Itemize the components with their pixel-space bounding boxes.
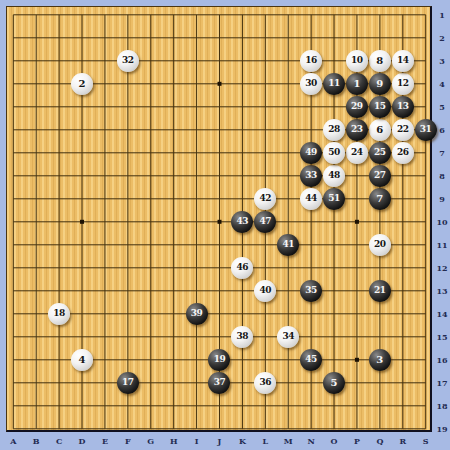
row-label-9: 9 <box>434 194 450 204</box>
stone-white-20: 20 <box>369 234 391 256</box>
stone-white-48: 48 <box>323 165 345 187</box>
stones-layer: 1234567891011121314151617181920212223242… <box>2 3 437 440</box>
stone-black-9: 9 <box>369 73 391 95</box>
column-label-O: O <box>331 436 338 446</box>
row-label-10: 10 <box>434 217 450 227</box>
column-label-C: C <box>56 436 62 446</box>
column-label-J: J <box>218 436 222 446</box>
stone-black-23: 23 <box>346 119 368 141</box>
stone-white-30: 30 <box>300 73 322 95</box>
stone-white-24: 24 <box>346 142 368 164</box>
column-label-F: F <box>125 436 131 446</box>
stone-black-49: 49 <box>300 142 322 164</box>
stone-white-18: 18 <box>48 303 70 325</box>
stone-white-22: 22 <box>392 119 414 141</box>
stone-black-45: 45 <box>300 349 322 371</box>
stone-white-46: 46 <box>231 257 253 279</box>
stone-black-39: 39 <box>186 303 208 325</box>
stone-black-43: 43 <box>231 211 253 233</box>
stone-black-7: 7 <box>369 188 391 210</box>
column-label-G: G <box>147 436 154 446</box>
stone-white-2: 2 <box>71 73 93 95</box>
stone-white-8: 8 <box>369 50 391 72</box>
stone-black-11: 11 <box>323 73 345 95</box>
stone-black-25: 25 <box>369 142 391 164</box>
row-label-4: 4 <box>434 79 450 89</box>
row-label-11: 11 <box>434 240 450 250</box>
column-label-N: N <box>307 436 314 446</box>
stone-black-33: 33 <box>300 165 322 187</box>
stone-white-10: 10 <box>346 50 368 72</box>
stone-white-4: 4 <box>71 349 93 371</box>
column-label-L: L <box>263 436 269 446</box>
row-label-17: 17 <box>434 378 450 388</box>
stone-white-50: 50 <box>323 142 345 164</box>
row-label-14: 14 <box>434 309 450 319</box>
stone-white-32: 32 <box>117 50 139 72</box>
row-label-15: 15 <box>434 332 450 342</box>
stone-black-35: 35 <box>300 280 322 302</box>
row-label-8: 8 <box>434 171 450 181</box>
go-game-diagram: 1234567891011121314151617181920212223242… <box>0 0 450 450</box>
go-board[interactable]: 1234567891011121314151617181920212223242… <box>6 6 432 432</box>
stone-white-42: 42 <box>254 188 276 210</box>
stone-black-13: 13 <box>392 96 414 118</box>
row-label-2: 2 <box>434 33 450 43</box>
row-label-16: 16 <box>434 355 450 365</box>
column-label-A: A <box>10 436 16 446</box>
column-label-P: P <box>354 436 360 446</box>
stone-black-51: 51 <box>323 188 345 210</box>
stone-black-3: 3 <box>369 349 391 371</box>
row-label-12: 12 <box>434 263 450 273</box>
stone-white-6: 6 <box>369 119 391 141</box>
stone-white-16: 16 <box>300 50 322 72</box>
row-label-5: 5 <box>434 102 450 112</box>
stone-black-27: 27 <box>369 165 391 187</box>
stone-black-1: 1 <box>346 73 368 95</box>
column-label-D: D <box>79 436 86 446</box>
column-label-Q: Q <box>376 436 383 446</box>
row-label-3: 3 <box>434 56 450 66</box>
stone-white-34: 34 <box>277 326 299 348</box>
stone-black-21: 21 <box>369 280 391 302</box>
stone-black-17: 17 <box>117 372 139 394</box>
stone-white-12: 12 <box>392 73 414 95</box>
stone-white-44: 44 <box>300 188 322 210</box>
row-label-13: 13 <box>434 286 450 296</box>
stone-white-14: 14 <box>392 50 414 72</box>
stone-black-15: 15 <box>369 96 391 118</box>
stone-black-19: 19 <box>208 349 230 371</box>
column-label-K: K <box>239 436 246 446</box>
stone-black-31: 31 <box>415 119 437 141</box>
column-label-S: S <box>423 436 429 446</box>
row-label-7: 7 <box>434 148 450 158</box>
row-label-1: 1 <box>434 10 450 20</box>
stone-white-38: 38 <box>231 326 253 348</box>
column-label-H: H <box>170 436 178 446</box>
stone-black-37: 37 <box>208 372 230 394</box>
column-label-M: M <box>284 436 293 446</box>
row-label-19: 19 <box>434 424 450 434</box>
column-label-R: R <box>399 436 406 446</box>
stone-white-26: 26 <box>392 142 414 164</box>
stone-black-29: 29 <box>346 96 368 118</box>
stone-white-36: 36 <box>254 372 276 394</box>
stone-black-47: 47 <box>254 211 276 233</box>
column-label-E: E <box>102 436 108 446</box>
column-label-B: B <box>33 436 40 446</box>
row-label-18: 18 <box>434 401 450 411</box>
stone-white-28: 28 <box>323 119 345 141</box>
stone-black-41: 41 <box>277 234 299 256</box>
column-label-I: I <box>195 436 199 446</box>
stone-black-5: 5 <box>323 372 345 394</box>
stone-white-40: 40 <box>254 280 276 302</box>
